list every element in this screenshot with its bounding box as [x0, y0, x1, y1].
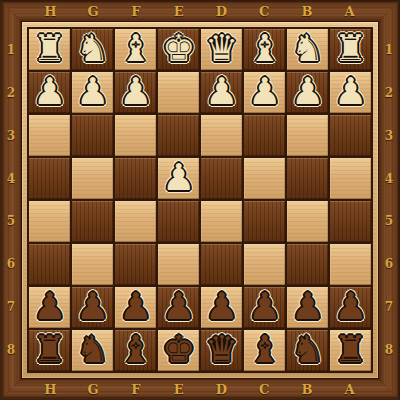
- square-b2[interactable]: ♟: [287, 72, 328, 113]
- square-b4[interactable]: [287, 158, 328, 199]
- square-b3[interactable]: [287, 115, 328, 156]
- square-h1[interactable]: ♜: [29, 29, 70, 70]
- square-e3[interactable]: [158, 115, 199, 156]
- black-pawn[interactable]: ♟: [291, 288, 324, 325]
- board-grid: ♜♞♝♚♛♝♞♜♟♟♟♟♟♟♟♟♟♟♟♟♟♟♟♟♜♞♝♚♛♝♞♜: [29, 29, 371, 371]
- white-pawn[interactable]: ♟: [162, 159, 195, 196]
- square-f3[interactable]: [115, 115, 156, 156]
- black-king[interactable]: ♚: [162, 331, 195, 368]
- rank-labels-right: 12345678: [378, 29, 400, 371]
- square-c7[interactable]: ♟: [244, 287, 285, 328]
- rank-label: 2: [0, 72, 22, 115]
- square-f5[interactable]: [115, 201, 156, 242]
- file-label: G: [72, 378, 115, 400]
- square-b8[interactable]: ♞: [287, 330, 328, 371]
- square-g3[interactable]: [72, 115, 113, 156]
- square-f2[interactable]: ♟: [115, 72, 156, 113]
- file-label: C: [243, 0, 286, 22]
- square-c2[interactable]: ♟: [244, 72, 285, 113]
- square-c8[interactable]: ♝: [244, 330, 285, 371]
- square-c4[interactable]: [244, 158, 285, 199]
- square-e2[interactable]: [158, 72, 199, 113]
- square-h5[interactable]: [29, 201, 70, 242]
- square-h3[interactable]: [29, 115, 70, 156]
- rank-label: 7: [0, 286, 22, 329]
- rank-label: 5: [0, 200, 22, 243]
- rank-label: 4: [0, 157, 22, 200]
- square-g2[interactable]: ♟: [72, 72, 113, 113]
- white-pawn[interactable]: ♟: [291, 73, 324, 110]
- black-pawn[interactable]: ♟: [119, 288, 152, 325]
- square-e8[interactable]: ♚: [158, 330, 199, 371]
- rank-labels-left: 12345678: [0, 29, 22, 371]
- rank-label: 1: [0, 29, 22, 72]
- rank-label: 1: [378, 29, 400, 72]
- file-label: B: [286, 0, 329, 22]
- file-label: F: [115, 0, 158, 22]
- black-pawn[interactable]: ♟: [76, 288, 109, 325]
- rank-label: 4: [378, 157, 400, 200]
- square-b6[interactable]: [287, 244, 328, 285]
- square-g8[interactable]: ♞: [72, 330, 113, 371]
- black-bishop[interactable]: ♝: [248, 331, 281, 368]
- rank-label: 7: [378, 286, 400, 329]
- square-h4[interactable]: [29, 158, 70, 199]
- black-pawn[interactable]: ♟: [205, 288, 238, 325]
- black-rook[interactable]: ♜: [33, 331, 66, 368]
- square-b7[interactable]: ♟: [287, 287, 328, 328]
- square-d1[interactable]: ♛: [201, 29, 242, 70]
- rank-label: 6: [0, 243, 22, 286]
- white-rook[interactable]: ♜: [33, 30, 66, 67]
- white-queen[interactable]: ♛: [205, 30, 238, 67]
- rank-label: 3: [378, 115, 400, 158]
- file-label: H: [29, 378, 72, 400]
- file-label: E: [157, 378, 200, 400]
- square-e1[interactable]: ♚: [158, 29, 199, 70]
- square-e5[interactable]: [158, 201, 199, 242]
- square-d7[interactable]: ♟: [201, 287, 242, 328]
- square-b5[interactable]: [287, 201, 328, 242]
- rank-label: 8: [0, 328, 22, 371]
- square-d2[interactable]: ♟: [201, 72, 242, 113]
- square-g6[interactable]: [72, 244, 113, 285]
- square-e4[interactable]: ♟: [158, 158, 199, 199]
- square-g5[interactable]: [72, 201, 113, 242]
- board-inner-border: ♜♞♝♚♛♝♞♜♟♟♟♟♟♟♟♟♟♟♟♟♟♟♟♟♜♞♝♚♛♝♞♜: [22, 22, 378, 378]
- rank-label: 8: [378, 328, 400, 371]
- rank-label: 3: [0, 115, 22, 158]
- chess-app: HGFEDCBA HGFEDCBA 12345678 12345678 ♜♞♝♚…: [0, 0, 400, 400]
- square-a1[interactable]: ♜: [330, 29, 371, 70]
- file-label: C: [243, 378, 286, 400]
- black-pawn[interactable]: ♟: [162, 288, 195, 325]
- square-a7[interactable]: ♟: [330, 287, 371, 328]
- file-label: D: [200, 0, 243, 22]
- square-f1[interactable]: ♝: [115, 29, 156, 70]
- black-bishop[interactable]: ♝: [119, 331, 152, 368]
- white-pawn[interactable]: ♟: [248, 73, 281, 110]
- square-g1[interactable]: ♞: [72, 29, 113, 70]
- square-g4[interactable]: [72, 158, 113, 199]
- white-king[interactable]: ♚: [162, 30, 195, 67]
- square-g7[interactable]: ♟: [72, 287, 113, 328]
- black-knight[interactable]: ♞: [76, 331, 109, 368]
- square-h6[interactable]: [29, 244, 70, 285]
- black-rook[interactable]: ♜: [334, 331, 367, 368]
- white-bishop[interactable]: ♝: [248, 30, 281, 67]
- square-a6[interactable]: [330, 244, 371, 285]
- square-e6[interactable]: [158, 244, 199, 285]
- square-b1[interactable]: ♞: [287, 29, 328, 70]
- white-bishop[interactable]: ♝: [119, 30, 152, 67]
- square-c5[interactable]: [244, 201, 285, 242]
- black-queen[interactable]: ♛: [205, 331, 238, 368]
- rank-label: 6: [378, 243, 400, 286]
- square-c1[interactable]: ♝: [244, 29, 285, 70]
- board-frame: HGFEDCBA HGFEDCBA 12345678 12345678 ♜♞♝♚…: [0, 0, 400, 400]
- square-h2[interactable]: ♟: [29, 72, 70, 113]
- square-e7[interactable]: ♟: [158, 287, 199, 328]
- square-a5[interactable]: [330, 201, 371, 242]
- square-f7[interactable]: ♟: [115, 287, 156, 328]
- white-pawn[interactable]: ♟: [76, 73, 109, 110]
- file-label: A: [328, 378, 371, 400]
- square-c6[interactable]: [244, 244, 285, 285]
- file-labels-bottom: HGFEDCBA: [29, 378, 371, 400]
- square-a4[interactable]: [330, 158, 371, 199]
- file-label: E: [157, 0, 200, 22]
- white-knight[interactable]: ♞: [76, 30, 109, 67]
- square-d6[interactable]: [201, 244, 242, 285]
- white-pawn[interactable]: ♟: [119, 73, 152, 110]
- white-pawn[interactable]: ♟: [205, 73, 238, 110]
- rank-label: 2: [378, 72, 400, 115]
- square-f6[interactable]: [115, 244, 156, 285]
- file-label: G: [72, 0, 115, 22]
- square-h8[interactable]: ♜: [29, 330, 70, 371]
- file-label: H: [29, 0, 72, 22]
- white-rook[interactable]: ♜: [334, 30, 367, 67]
- file-label: F: [115, 378, 158, 400]
- black-pawn[interactable]: ♟: [33, 288, 66, 325]
- white-pawn[interactable]: ♟: [334, 73, 367, 110]
- square-a3[interactable]: [330, 115, 371, 156]
- white-knight[interactable]: ♞: [291, 30, 324, 67]
- square-f4[interactable]: [115, 158, 156, 199]
- file-label: B: [286, 378, 329, 400]
- white-pawn[interactable]: ♟: [33, 73, 66, 110]
- square-c3[interactable]: [244, 115, 285, 156]
- black-pawn[interactable]: ♟: [248, 288, 281, 325]
- file-label: A: [328, 0, 371, 22]
- square-d4[interactable]: [201, 158, 242, 199]
- file-labels-top: HGFEDCBA: [29, 0, 371, 22]
- square-h7[interactable]: ♟: [29, 287, 70, 328]
- rank-label: 5: [378, 200, 400, 243]
- square-a8[interactable]: ♜: [330, 330, 371, 371]
- square-f8[interactable]: ♝: [115, 330, 156, 371]
- black-pawn[interactable]: ♟: [334, 288, 367, 325]
- square-d3[interactable]: [201, 115, 242, 156]
- file-label: D: [200, 378, 243, 400]
- square-d5[interactable]: [201, 201, 242, 242]
- square-a2[interactable]: ♟: [330, 72, 371, 113]
- black-knight[interactable]: ♞: [291, 331, 324, 368]
- square-d8[interactable]: ♛: [201, 330, 242, 371]
